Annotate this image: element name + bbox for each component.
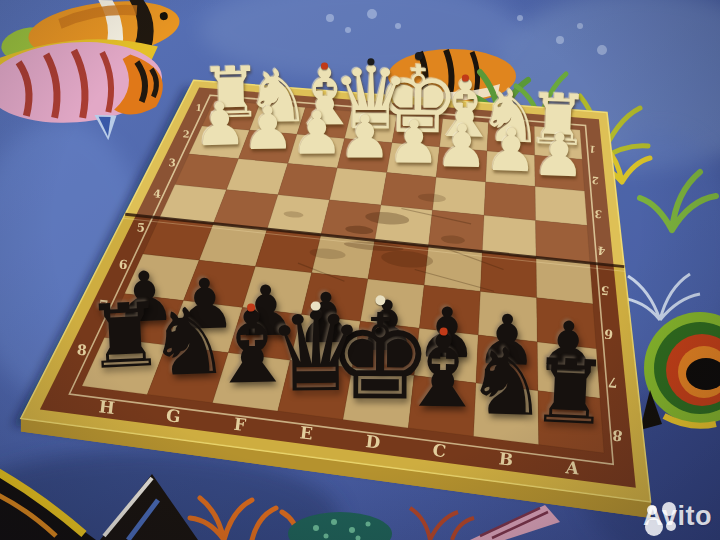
piece-white-pawn-c2[interactable]: ♟ bbox=[435, 116, 489, 176]
avito-watermark: Avito bbox=[643, 501, 712, 532]
avito-logo-icon bbox=[643, 501, 685, 537]
pawn-glyph: ♟ bbox=[387, 112, 441, 172]
pawn-glyph: ♟ bbox=[241, 99, 295, 159]
pawn-glyph: ♟ bbox=[435, 116, 489, 176]
pawn-glyph: ♟ bbox=[193, 94, 248, 154]
piece-white-pawn-a2[interactable]: ♟ bbox=[531, 124, 586, 185]
pawn-glyph: ♟ bbox=[531, 124, 586, 185]
piece-white-pawn-b2[interactable]: ♟ bbox=[483, 120, 538, 181]
piece-white-pawn-e2[interactable]: ♟ bbox=[339, 108, 392, 167]
piece-white-pawn-g2[interactable]: ♟ bbox=[241, 99, 295, 159]
pawn-glyph: ♟ bbox=[483, 120, 538, 181]
royal-finial bbox=[375, 295, 385, 305]
royal-finial bbox=[414, 51, 422, 59]
bishop-red-tip bbox=[462, 74, 469, 81]
chess-set-photo: HGFEDCBA1122334455667788 ♜♞♝♚♛♝♞♜♟♟♟♟♟♟♟… bbox=[0, 0, 720, 540]
piece-white-pawn-f2[interactable]: ♟ bbox=[290, 103, 343, 162]
piece-white-pawn-d2[interactable]: ♟ bbox=[387, 112, 441, 172]
pawn-glyph: ♟ bbox=[339, 108, 392, 167]
pawn-glyph: ♟ bbox=[290, 103, 343, 162]
piece-black-rook-h8[interactable]: ♜ bbox=[84, 291, 167, 383]
piece-white-pawn-h2[interactable]: ♟ bbox=[193, 94, 248, 154]
bishop-red-tip bbox=[321, 62, 328, 69]
pieces-layer: ♜♞♝♚♛♝♞♜♟♟♟♟♟♟♟♟♟♟♟♟♟♟♟♟♜♞♝♚♛♝♞♜ bbox=[0, 0, 720, 540]
rook-glyph: ♜ bbox=[84, 291, 167, 383]
